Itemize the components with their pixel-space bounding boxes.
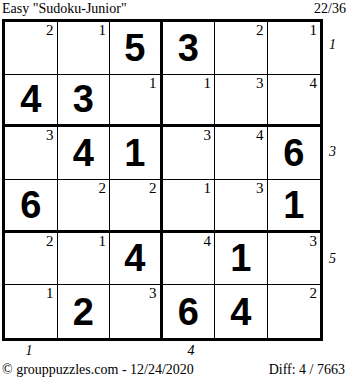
cell-r1c6[interactable]: 1 <box>268 22 321 75</box>
pencil-mark: 2 <box>149 180 157 197</box>
cell-value: 6 <box>163 285 215 338</box>
cell-value: 4 <box>5 75 57 125</box>
pencil-mark: 3 <box>149 285 157 302</box>
cell-r1c5[interactable]: 2 <box>215 22 268 75</box>
cell-r4c1[interactable]: 6 <box>5 180 58 233</box>
pencil-mark: 1 <box>46 285 54 302</box>
cell-r1c2[interactable]: 1 <box>58 22 111 75</box>
cell-value: 2 <box>58 285 110 338</box>
pencil-mark: 3 <box>256 75 264 92</box>
cell-r4c2[interactable]: 2 <box>58 180 111 233</box>
pencil-mark: 3 <box>204 127 212 144</box>
cell-r3c1[interactable]: 3 <box>5 127 58 180</box>
cell-value: 1 <box>268 180 321 230</box>
row-label-5: 5 <box>329 251 345 267</box>
cell-r3c6[interactable]: 6 <box>268 127 321 180</box>
pencil-mark: 2 <box>46 22 54 39</box>
cell-r3c3[interactable]: 1 <box>110 127 163 180</box>
cell-r4c6[interactable]: 1 <box>268 180 321 233</box>
pencil-mark: 4 <box>310 75 318 92</box>
cell-value: 4 <box>58 127 110 179</box>
cell-value: 4 <box>215 285 267 338</box>
cell-r5c3[interactable]: 4 <box>110 233 163 286</box>
cell-r5c5[interactable]: 1 <box>215 233 268 286</box>
pencil-mark: 3 <box>310 233 318 250</box>
cell-value: 6 <box>268 127 321 179</box>
sudoku-page: Easy "Sudoku-Junior" 22/36 2153214311343… <box>0 0 347 381</box>
pencil-mark: 2 <box>256 22 264 39</box>
cell-r5c1[interactable]: 2 <box>5 233 58 286</box>
cell-value: 3 <box>163 22 215 74</box>
pencil-mark: 1 <box>149 75 157 92</box>
sudoku-grid: 215321431134341346622131214413123642 <box>2 19 323 341</box>
cell-r3c5[interactable]: 4 <box>215 127 268 180</box>
pencil-mark: 2 <box>99 180 107 197</box>
cell-r6c3[interactable]: 3 <box>110 285 163 338</box>
cell-r5c4[interactable]: 4 <box>163 233 216 286</box>
cell-r3c4[interactable]: 3 <box>163 127 216 180</box>
pencil-mark: 1 <box>310 22 318 39</box>
pencil-mark: 2 <box>46 233 54 250</box>
pencil-mark: 1 <box>99 22 107 39</box>
cell-r2c1[interactable]: 4 <box>5 75 58 128</box>
col-label-1: 1 <box>26 343 33 359</box>
cell-r6c6[interactable]: 2 <box>268 285 321 338</box>
cell-value: 5 <box>110 22 160 74</box>
cell-r6c1[interactable]: 1 <box>5 285 58 338</box>
cell-r4c5[interactable]: 3 <box>215 180 268 233</box>
cell-value: 3 <box>58 75 110 125</box>
cell-r3c2[interactable]: 4 <box>58 127 111 180</box>
pencil-mark: 1 <box>204 75 212 92</box>
col-label-4: 4 <box>188 343 195 359</box>
pencil-mark: 3 <box>46 127 54 144</box>
cell-r4c3[interactable]: 2 <box>110 180 163 233</box>
cell-value: 6 <box>5 180 57 230</box>
cell-r6c5[interactable]: 4 <box>215 285 268 338</box>
difficulty-text: Diff: 4 / 7663 <box>269 362 345 378</box>
pencil-mark: 1 <box>204 180 212 197</box>
pencil-mark: 2 <box>310 285 318 302</box>
pencil-mark: 1 <box>99 233 107 250</box>
pencil-mark: 4 <box>204 233 212 250</box>
cell-r2c2[interactable]: 3 <box>58 75 111 128</box>
cell-r5c2[interactable]: 1 <box>58 233 111 286</box>
cell-value: 4 <box>110 233 160 285</box>
pencil-mark: 3 <box>256 180 264 197</box>
cell-r4c4[interactable]: 1 <box>163 180 216 233</box>
copyright-text: © grouppuzzles.com - 12/24/2020 <box>2 362 194 378</box>
row-label-3: 3 <box>329 144 345 160</box>
cell-r6c4[interactable]: 6 <box>163 285 216 338</box>
cell-r2c5[interactable]: 3 <box>215 75 268 128</box>
cell-r1c3[interactable]: 5 <box>110 22 163 75</box>
cell-r2c3[interactable]: 1 <box>110 75 163 128</box>
cell-r2c6[interactable]: 4 <box>268 75 321 128</box>
row-label-1: 1 <box>329 37 345 53</box>
cell-r1c4[interactable]: 3 <box>163 22 216 75</box>
puzzle-title: Easy "Sudoku-Junior" <box>2 1 127 17</box>
cell-r5c6[interactable]: 3 <box>268 233 321 286</box>
cell-value: 1 <box>215 233 267 285</box>
cell-r1c1[interactable]: 2 <box>5 22 58 75</box>
cell-r6c2[interactable]: 2 <box>58 285 111 338</box>
puzzle-counter: 22/36 <box>314 1 346 17</box>
pencil-mark: 4 <box>256 127 264 144</box>
cell-value: 1 <box>110 127 160 179</box>
cell-r2c4[interactable]: 1 <box>163 75 216 128</box>
